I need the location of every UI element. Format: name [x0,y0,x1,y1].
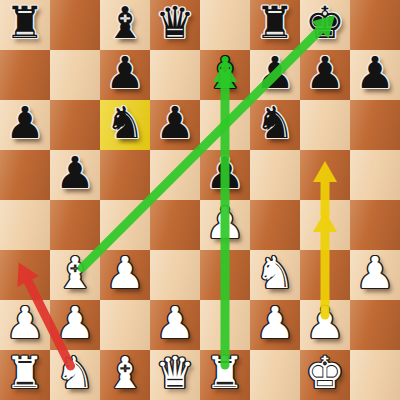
square-d2[interactable]: ♟ [150,300,200,350]
square-d5[interactable] [150,150,200,200]
piece-black-pawn-f7[interactable]: ♟ [255,48,294,98]
piece-white-knight-f3[interactable]: ♞ [255,248,294,298]
board-grid: ♜♝♛♜♚♟♝♟♟♟♟♞♟♞♟♟♟♝♟♞♟♟♟♟♟♟♜♞♝♛♜♚ [0,0,400,400]
piece-white-rook-a1[interactable]: ♜ [5,348,44,398]
square-d4[interactable] [150,200,200,250]
piece-black-queen-d8[interactable]: ♛ [155,0,194,48]
piece-white-pawn-b2[interactable]: ♟ [55,298,94,348]
piece-white-bishop-b3[interactable]: ♝ [55,248,94,298]
square-c5[interactable] [100,150,150,200]
square-e6[interactable] [200,100,250,150]
square-c7[interactable]: ♟ [100,50,150,100]
square-g1[interactable]: ♚ [300,350,350,400]
square-b6[interactable] [50,100,100,150]
square-f5[interactable] [250,150,300,200]
square-a8[interactable]: ♜ [0,0,50,50]
piece-white-king-g1[interactable]: ♚ [305,348,344,398]
piece-white-rook-e1[interactable]: ♜ [205,348,244,398]
square-a1[interactable]: ♜ [0,350,50,400]
piece-black-bishop-e7[interactable]: ♝ [205,48,244,98]
square-b5[interactable]: ♟ [50,150,100,200]
piece-white-knight-b1[interactable]: ♞ [55,348,94,398]
chess-board: ♜♝♛♜♚♟♝♟♟♟♟♞♟♞♟♟♟♝♟♞♟♟♟♟♟♟♜♞♝♛♜♚ [0,0,400,400]
piece-white-pawn-d2[interactable]: ♟ [155,298,194,348]
square-d8[interactable]: ♛ [150,0,200,50]
square-a5[interactable] [0,150,50,200]
piece-black-rook-f8[interactable]: ♜ [255,0,294,48]
square-e8[interactable] [200,0,250,50]
piece-black-pawn-g7[interactable]: ♟ [305,48,344,98]
square-g3[interactable] [300,250,350,300]
square-g2[interactable]: ♟ [300,300,350,350]
square-e4[interactable]: ♟ [200,200,250,250]
square-a3[interactable] [0,250,50,300]
square-e2[interactable] [200,300,250,350]
square-b7[interactable] [50,50,100,100]
piece-black-bishop-c8[interactable]: ♝ [105,0,144,48]
piece-black-pawn-h7[interactable]: ♟ [355,48,394,98]
square-c8[interactable]: ♝ [100,0,150,50]
square-f3[interactable]: ♞ [250,250,300,300]
piece-black-pawn-e5[interactable]: ♟ [205,148,244,198]
square-b4[interactable] [50,200,100,250]
piece-white-pawn-a2[interactable]: ♟ [5,298,44,348]
piece-white-pawn-f2[interactable]: ♟ [255,298,294,348]
square-d6[interactable]: ♟ [150,100,200,150]
piece-black-pawn-c7[interactable]: ♟ [105,48,144,98]
square-c3[interactable]: ♟ [100,250,150,300]
square-f1[interactable] [250,350,300,400]
square-e5[interactable]: ♟ [200,150,250,200]
square-f8[interactable]: ♜ [250,0,300,50]
square-b8[interactable] [50,0,100,50]
piece-black-pawn-a6[interactable]: ♟ [5,98,44,148]
piece-black-king-g8[interactable]: ♚ [305,0,344,48]
square-g6[interactable] [300,100,350,150]
square-g5[interactable] [300,150,350,200]
square-f6[interactable]: ♞ [250,100,300,150]
square-b1[interactable]: ♞ [50,350,100,400]
square-c2[interactable] [100,300,150,350]
piece-black-pawn-d6[interactable]: ♟ [155,98,194,148]
square-e1[interactable]: ♜ [200,350,250,400]
square-f4[interactable] [250,200,300,250]
piece-white-bishop-c1[interactable]: ♝ [105,348,144,398]
square-a7[interactable] [0,50,50,100]
square-h1[interactable] [350,350,400,400]
square-d1[interactable]: ♛ [150,350,200,400]
piece-black-pawn-b5[interactable]: ♟ [55,148,94,198]
piece-black-knight-f6[interactable]: ♞ [255,98,294,148]
piece-white-queen-d1[interactable]: ♛ [155,348,194,398]
square-f7[interactable]: ♟ [250,50,300,100]
square-h3[interactable]: ♟ [350,250,400,300]
square-g7[interactable]: ♟ [300,50,350,100]
piece-black-knight-c6[interactable]: ♞ [105,98,144,148]
square-e7[interactable]: ♝ [200,50,250,100]
square-g4[interactable] [300,200,350,250]
square-h6[interactable] [350,100,400,150]
square-g8[interactable]: ♚ [300,0,350,50]
square-a4[interactable] [0,200,50,250]
square-d3[interactable] [150,250,200,300]
square-h7[interactable]: ♟ [350,50,400,100]
piece-white-pawn-g2[interactable]: ♟ [305,298,344,348]
square-c4[interactable] [100,200,150,250]
square-c1[interactable]: ♝ [100,350,150,400]
square-f2[interactable]: ♟ [250,300,300,350]
piece-white-pawn-c3[interactable]: ♟ [105,248,144,298]
piece-white-pawn-e4[interactable]: ♟ [205,198,244,248]
square-b2[interactable]: ♟ [50,300,100,350]
square-h8[interactable] [350,0,400,50]
piece-black-rook-a8[interactable]: ♜ [5,0,44,48]
square-c6[interactable]: ♞ [100,100,150,150]
piece-white-pawn-h3[interactable]: ♟ [355,248,394,298]
square-h2[interactable] [350,300,400,350]
square-h5[interactable] [350,150,400,200]
square-b3[interactable]: ♝ [50,250,100,300]
square-e3[interactable] [200,250,250,300]
square-a2[interactable]: ♟ [0,300,50,350]
square-h4[interactable] [350,200,400,250]
square-d7[interactable] [150,50,200,100]
square-a6[interactable]: ♟ [0,100,50,150]
